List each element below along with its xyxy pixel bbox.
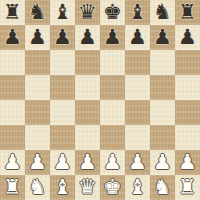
white-king[interactable]: ♚ xyxy=(103,175,122,200)
square-a3[interactable] xyxy=(0,125,25,150)
square-e7[interactable]: ♟ xyxy=(100,25,125,50)
square-d6[interactable] xyxy=(75,50,100,75)
square-f2[interactable]: ♟ xyxy=(125,150,150,175)
square-g8[interactable]: ♞ xyxy=(150,0,175,25)
square-h3[interactable] xyxy=(175,125,200,150)
black-pawn[interactable]: ♟ xyxy=(153,25,172,50)
square-h5[interactable] xyxy=(175,75,200,100)
black-king[interactable]: ♚ xyxy=(103,0,122,25)
black-pawn[interactable]: ♟ xyxy=(103,25,122,50)
square-e1[interactable]: ♚ xyxy=(100,175,125,200)
black-rook[interactable]: ♜ xyxy=(3,0,22,25)
square-e3[interactable] xyxy=(100,125,125,150)
square-b8[interactable]: ♞ xyxy=(25,0,50,25)
square-g1[interactable]: ♞ xyxy=(150,175,175,200)
white-pawn[interactable]: ♟ xyxy=(178,150,197,175)
square-h6[interactable] xyxy=(175,50,200,75)
square-d4[interactable] xyxy=(75,100,100,125)
white-pawn[interactable]: ♟ xyxy=(53,150,72,175)
square-g7[interactable]: ♟ xyxy=(150,25,175,50)
square-b1[interactable]: ♞ xyxy=(25,175,50,200)
square-c3[interactable] xyxy=(50,125,75,150)
white-pawn[interactable]: ♟ xyxy=(78,150,97,175)
white-bishop[interactable]: ♝ xyxy=(53,175,72,200)
black-pawn[interactable]: ♟ xyxy=(28,25,47,50)
square-f3[interactable] xyxy=(125,125,150,150)
black-knight[interactable]: ♞ xyxy=(28,0,47,25)
square-b3[interactable] xyxy=(25,125,50,150)
white-pawn[interactable]: ♟ xyxy=(3,150,22,175)
square-a5[interactable] xyxy=(0,75,25,100)
white-knight[interactable]: ♞ xyxy=(153,175,172,200)
white-pawn[interactable]: ♟ xyxy=(28,150,47,175)
square-g5[interactable] xyxy=(150,75,175,100)
square-f1[interactable]: ♝ xyxy=(125,175,150,200)
square-d5[interactable] xyxy=(75,75,100,100)
black-knight[interactable]: ♞ xyxy=(153,0,172,25)
square-e8[interactable]: ♚ xyxy=(100,0,125,25)
square-g4[interactable] xyxy=(150,100,175,125)
square-c1[interactable]: ♝ xyxy=(50,175,75,200)
square-d8[interactable]: ♛ xyxy=(75,0,100,25)
square-b6[interactable] xyxy=(25,50,50,75)
square-f5[interactable] xyxy=(125,75,150,100)
square-f4[interactable] xyxy=(125,100,150,125)
white-rook[interactable]: ♜ xyxy=(178,175,197,200)
square-g3[interactable] xyxy=(150,125,175,150)
black-pawn[interactable]: ♟ xyxy=(53,25,72,50)
square-d2[interactable]: ♟ xyxy=(75,150,100,175)
square-d1[interactable]: ♛ xyxy=(75,175,100,200)
square-a6[interactable] xyxy=(0,50,25,75)
white-pawn[interactable]: ♟ xyxy=(103,150,122,175)
square-b2[interactable]: ♟ xyxy=(25,150,50,175)
square-f7[interactable]: ♟ xyxy=(125,25,150,50)
square-b5[interactable] xyxy=(25,75,50,100)
chess-board: ♜♞♝♛♚♝♞♜♟♟♟♟♟♟♟♟♟♟♟♟♟♟♟♟♜♞♝♛♚♝♞♜ xyxy=(0,0,200,200)
square-c7[interactable]: ♟ xyxy=(50,25,75,50)
black-rook[interactable]: ♜ xyxy=(178,0,197,25)
square-d3[interactable] xyxy=(75,125,100,150)
square-e4[interactable] xyxy=(100,100,125,125)
square-e6[interactable] xyxy=(100,50,125,75)
square-h1[interactable]: ♜ xyxy=(175,175,200,200)
black-pawn[interactable]: ♟ xyxy=(78,25,97,50)
square-g2[interactable]: ♟ xyxy=(150,150,175,175)
square-c4[interactable] xyxy=(50,100,75,125)
black-pawn[interactable]: ♟ xyxy=(128,25,147,50)
black-pawn[interactable]: ♟ xyxy=(178,25,197,50)
square-f8[interactable]: ♝ xyxy=(125,0,150,25)
square-g6[interactable] xyxy=(150,50,175,75)
black-bishop[interactable]: ♝ xyxy=(128,0,147,25)
white-pawn[interactable]: ♟ xyxy=(153,150,172,175)
white-bishop[interactable]: ♝ xyxy=(128,175,147,200)
square-f6[interactable] xyxy=(125,50,150,75)
black-queen[interactable]: ♛ xyxy=(78,0,97,25)
square-a2[interactable]: ♟ xyxy=(0,150,25,175)
square-a4[interactable] xyxy=(0,100,25,125)
black-pawn[interactable]: ♟ xyxy=(3,25,22,50)
black-bishop[interactable]: ♝ xyxy=(53,0,72,25)
white-knight[interactable]: ♞ xyxy=(28,175,47,200)
square-a1[interactable]: ♜ xyxy=(0,175,25,200)
square-c2[interactable]: ♟ xyxy=(50,150,75,175)
square-h8[interactable]: ♜ xyxy=(175,0,200,25)
square-c6[interactable] xyxy=(50,50,75,75)
square-e2[interactable]: ♟ xyxy=(100,150,125,175)
white-queen[interactable]: ♛ xyxy=(78,175,97,200)
white-rook[interactable]: ♜ xyxy=(3,175,22,200)
square-h7[interactable]: ♟ xyxy=(175,25,200,50)
square-b4[interactable] xyxy=(25,100,50,125)
square-a8[interactable]: ♜ xyxy=(0,0,25,25)
square-c5[interactable] xyxy=(50,75,75,100)
square-h2[interactable]: ♟ xyxy=(175,150,200,175)
square-b7[interactable]: ♟ xyxy=(25,25,50,50)
square-h4[interactable] xyxy=(175,100,200,125)
square-d7[interactable]: ♟ xyxy=(75,25,100,50)
square-a7[interactable]: ♟ xyxy=(0,25,25,50)
white-pawn[interactable]: ♟ xyxy=(128,150,147,175)
square-c8[interactable]: ♝ xyxy=(50,0,75,25)
square-e5[interactable] xyxy=(100,75,125,100)
